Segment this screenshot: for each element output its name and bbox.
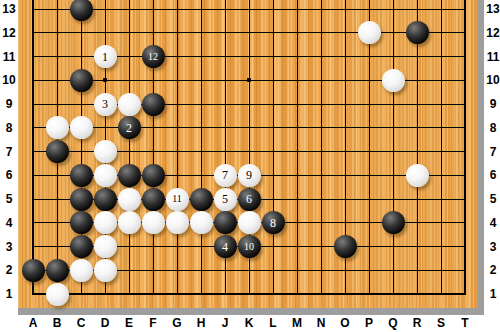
coord-right-12: 12 <box>486 26 500 40</box>
stone-black-C6[interactable] <box>70 164 93 187</box>
stone-white-P12[interactable] <box>358 21 381 44</box>
stone-white-D11[interactable]: 1 <box>94 45 117 68</box>
coord-bottom-E: E <box>121 316 137 330</box>
stone-black-K5[interactable]: 6 <box>238 188 261 211</box>
stone-white-Q10[interactable] <box>382 69 405 92</box>
stone-white-B1[interactable] <box>46 283 69 306</box>
coord-right-10: 10 <box>486 73 500 87</box>
stone-white-K4[interactable] <box>238 211 261 234</box>
coord-left-10: 10 <box>0 73 18 87</box>
stone-black-K3[interactable]: 10 <box>238 235 261 258</box>
grid-line-vertical-L <box>273 0 274 295</box>
stone-white-D2[interactable] <box>94 259 117 282</box>
coord-left-7: 7 <box>0 145 18 159</box>
coord-bottom-R: R <box>409 316 425 330</box>
grid-line-horizontal-8 <box>32 127 466 128</box>
grid-line-vertical-H <box>201 0 202 295</box>
go-board[interactable]: 112327911568410 <box>18 0 478 308</box>
coord-left-8: 8 <box>0 121 18 135</box>
stone-white-E4[interactable] <box>118 211 141 234</box>
stone-white-C2[interactable] <box>70 259 93 282</box>
stone-black-J4[interactable] <box>214 211 237 234</box>
stone-white-F4[interactable] <box>142 211 165 234</box>
coord-left-2: 2 <box>0 263 18 277</box>
coord-right-5: 5 <box>486 192 500 206</box>
coord-bottom-N: N <box>313 316 329 330</box>
coord-bottom-K: K <box>241 316 257 330</box>
stone-black-F5[interactable] <box>142 188 165 211</box>
coord-right-3: 3 <box>486 240 500 254</box>
grid-line-horizontal-13 <box>32 9 466 10</box>
stone-black-H5[interactable] <box>190 188 213 211</box>
stone-black-E8[interactable]: 2 <box>118 116 141 139</box>
stone-black-J3[interactable]: 4 <box>214 235 237 258</box>
stone-black-C10[interactable] <box>70 69 93 92</box>
stone-black-B2[interactable] <box>46 259 69 282</box>
stone-black-F6[interactable] <box>142 164 165 187</box>
stone-white-G5[interactable]: 11 <box>166 188 189 211</box>
grid-line-horizontal-12 <box>32 32 466 33</box>
board-shadow-right <box>478 0 484 315</box>
stone-black-C4[interactable] <box>70 211 93 234</box>
grid-line-vertical-G <box>177 0 178 295</box>
stone-black-A2[interactable] <box>22 259 45 282</box>
coord-bottom-G: G <box>169 316 185 330</box>
coord-right-13: 13 <box>486 2 500 16</box>
stone-white-D7[interactable] <box>94 140 117 163</box>
coord-left-4: 4 <box>0 216 18 230</box>
stone-black-R12[interactable] <box>406 21 429 44</box>
coord-left-3: 3 <box>0 240 18 254</box>
stone-black-O3[interactable] <box>334 235 357 258</box>
coord-right-11: 11 <box>486 50 500 64</box>
stone-white-J6[interactable]: 7 <box>214 164 237 187</box>
stone-black-B7[interactable] <box>46 140 69 163</box>
coord-left-13: 13 <box>0 2 18 16</box>
grid-line-vertical-S <box>441 0 442 295</box>
coord-bottom-B: B <box>49 316 65 330</box>
coord-bottom-L: L <box>265 316 281 330</box>
coord-bottom-Q: Q <box>385 316 401 330</box>
coord-right-7: 7 <box>486 145 500 159</box>
stone-black-E6[interactable] <box>118 164 141 187</box>
stone-black-C5[interactable] <box>70 188 93 211</box>
stone-white-G4[interactable] <box>166 211 189 234</box>
coord-left-1: 1 <box>0 287 18 301</box>
grid-line-vertical-M <box>297 0 298 295</box>
coord-left-11: 11 <box>0 50 18 64</box>
go-diagram-page: 112327911568410 131211109876543211312111… <box>0 0 500 332</box>
grid-line-vertical-E <box>129 0 130 295</box>
coord-left-12: 12 <box>0 26 18 40</box>
stone-white-C8[interactable] <box>70 116 93 139</box>
stone-black-F9[interactable] <box>142 93 165 116</box>
stone-white-E5[interactable] <box>118 188 141 211</box>
stone-white-D9[interactable]: 3 <box>94 93 117 116</box>
grid-line-vertical-A <box>32 0 34 295</box>
coord-bottom-P: P <box>361 316 377 330</box>
coord-right-8: 8 <box>486 121 500 135</box>
coord-bottom-H: H <box>193 316 209 330</box>
coord-bottom-A: A <box>25 316 41 330</box>
stone-black-Q4[interactable] <box>382 211 405 234</box>
board-shadow-bottom <box>18 308 484 315</box>
coord-bottom-T: T <box>457 316 473 330</box>
stone-black-C13[interactable] <box>70 0 93 21</box>
stone-white-B8[interactable] <box>46 116 69 139</box>
coord-right-6: 6 <box>486 168 500 182</box>
coord-right-9: 9 <box>486 97 500 111</box>
coord-bottom-O: O <box>337 316 353 330</box>
stone-black-L4[interactable]: 8 <box>262 211 285 234</box>
stone-white-E9[interactable] <box>118 93 141 116</box>
coord-right-4: 4 <box>486 216 500 230</box>
stone-black-F11[interactable]: 12 <box>142 45 165 68</box>
stone-white-D3[interactable] <box>94 235 117 258</box>
grid-line-vertical-P <box>369 0 370 295</box>
grid-line-vertical-T <box>464 0 466 295</box>
coord-bottom-D: D <box>97 316 113 330</box>
coord-bottom-F: F <box>145 316 161 330</box>
coord-bottom-C: C <box>73 316 89 330</box>
coord-right-1: 1 <box>486 287 500 301</box>
coord-bottom-S: S <box>433 316 449 330</box>
stone-white-K6[interactable]: 9 <box>238 164 261 187</box>
stone-white-H4[interactable] <box>190 211 213 234</box>
stone-white-D6[interactable] <box>94 164 117 187</box>
star-point-K10 <box>247 78 251 82</box>
grid-line-vertical-Q <box>393 0 394 295</box>
stone-white-D4[interactable] <box>94 211 117 234</box>
coord-left-5: 5 <box>0 192 18 206</box>
stone-white-J5[interactable]: 5 <box>214 188 237 211</box>
grid-line-horizontal-1 <box>32 293 466 295</box>
coord-left-9: 9 <box>0 97 18 111</box>
stone-white-R6[interactable] <box>406 164 429 187</box>
stone-black-C3[interactable] <box>70 235 93 258</box>
star-point-D10 <box>103 78 107 82</box>
grid-line-vertical-N <box>321 0 322 295</box>
coord-bottom-M: M <box>289 316 305 330</box>
grid-line-vertical-R <box>417 0 418 295</box>
coord-bottom-J: J <box>217 316 233 330</box>
coord-right-2: 2 <box>486 263 500 277</box>
coord-left-6: 6 <box>0 168 18 182</box>
stone-black-D5[interactable] <box>94 188 117 211</box>
